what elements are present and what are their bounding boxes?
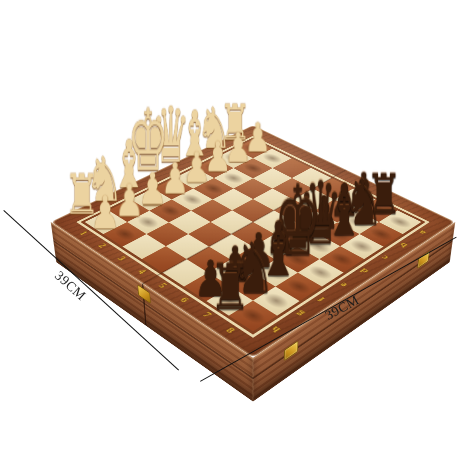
black-pawn-f7: ♟ <box>243 227 275 275</box>
chess-board: 1a2b3c4d5e6f7g8h ♜♞♝♛♚♝♞♜♟♟♟♟♟♟♟♟♟♟♟♟♟♟♟… <box>51 125 455 358</box>
black-pawn-g7: ♟ <box>219 240 252 289</box>
black-pawn-h7: ♟ <box>194 254 227 304</box>
black-bishop-f8: ♝ <box>258 213 299 288</box>
black-knight-g8: ♞ <box>231 234 275 304</box>
perspective-wrapper: 1a2b3c4d5e6f7g8h ♜♞♝♛♚♝♞♜♟♟♟♟♟♟♟♟♟♟♟♟♟♟♟… <box>0 0 465 465</box>
black-rook-h8: ♜ <box>209 256 251 319</box>
brass-latch <box>284 340 298 361</box>
product-photo: 1a2b3c4d5e6f7g8h ♜♞♝♛♚♝♞♜♟♟♟♟♟♟♟♟♟♟♟♟♟♟♟… <box>0 0 465 465</box>
